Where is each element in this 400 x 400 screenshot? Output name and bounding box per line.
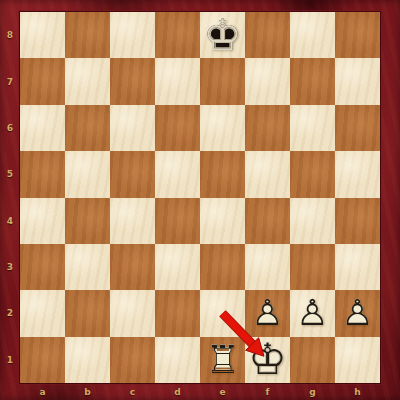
square-h4[interactable] bbox=[335, 198, 380, 244]
file-label-g: g bbox=[290, 383, 335, 400]
file-labels: abcdefgh bbox=[20, 383, 380, 400]
square-g5[interactable] bbox=[290, 151, 335, 197]
square-h6[interactable] bbox=[335, 105, 380, 151]
square-h7[interactable] bbox=[335, 58, 380, 104]
white-pawn-glyph: ♟ bbox=[335, 290, 380, 336]
white-pawn-outline: ♙ bbox=[245, 290, 290, 336]
square-h1[interactable] bbox=[335, 337, 380, 383]
square-b3[interactable] bbox=[65, 244, 110, 290]
square-g6[interactable] bbox=[290, 105, 335, 151]
square-d6[interactable] bbox=[155, 105, 200, 151]
white-rook-outline: ♖ bbox=[200, 337, 245, 383]
chess-board: ♚♔♟♙♟♙♟♙♜♖♚♔ bbox=[20, 12, 380, 383]
square-c1[interactable] bbox=[110, 337, 155, 383]
square-c8[interactable] bbox=[110, 12, 155, 58]
white-pawn-outline: ♙ bbox=[335, 290, 380, 336]
white-pawn-glyph: ♟ bbox=[245, 290, 290, 336]
square-g2[interactable]: ♟♙ bbox=[290, 290, 335, 336]
square-d1[interactable] bbox=[155, 337, 200, 383]
black-king[interactable]: ♚♔ bbox=[200, 12, 245, 58]
square-f3[interactable] bbox=[245, 244, 290, 290]
square-c4[interactable] bbox=[110, 198, 155, 244]
square-g1[interactable] bbox=[290, 337, 335, 383]
square-h5[interactable] bbox=[335, 151, 380, 197]
square-h3[interactable] bbox=[335, 244, 380, 290]
rank-label-8: 8 bbox=[0, 12, 20, 58]
square-a5[interactable] bbox=[20, 151, 65, 197]
square-e2[interactable] bbox=[200, 290, 245, 336]
square-a2[interactable] bbox=[20, 290, 65, 336]
file-label-a: a bbox=[20, 383, 65, 400]
square-a3[interactable] bbox=[20, 244, 65, 290]
square-d5[interactable] bbox=[155, 151, 200, 197]
file-label-b: b bbox=[65, 383, 110, 400]
file-label-c: c bbox=[110, 383, 155, 400]
square-e4[interactable] bbox=[200, 198, 245, 244]
square-f7[interactable] bbox=[245, 58, 290, 104]
square-g4[interactable] bbox=[290, 198, 335, 244]
square-b5[interactable] bbox=[65, 151, 110, 197]
file-label-d: d bbox=[155, 383, 200, 400]
square-h8[interactable] bbox=[335, 12, 380, 58]
black-king-glyph: ♚ bbox=[200, 12, 245, 58]
rank-label-3: 3 bbox=[0, 244, 20, 290]
square-d7[interactable] bbox=[155, 58, 200, 104]
square-d4[interactable] bbox=[155, 198, 200, 244]
white-rook[interactable]: ♜♖ bbox=[200, 337, 245, 383]
square-g3[interactable] bbox=[290, 244, 335, 290]
square-f8[interactable] bbox=[245, 12, 290, 58]
square-b1[interactable] bbox=[65, 337, 110, 383]
white-pawn[interactable]: ♟♙ bbox=[290, 290, 335, 336]
white-king-outline: ♔ bbox=[245, 337, 290, 383]
square-a1[interactable] bbox=[20, 337, 65, 383]
black-king-outline: ♔ bbox=[200, 12, 245, 58]
square-d8[interactable] bbox=[155, 12, 200, 58]
rank-label-5: 5 bbox=[0, 151, 20, 197]
square-e6[interactable] bbox=[200, 105, 245, 151]
square-a7[interactable] bbox=[20, 58, 65, 104]
square-a8[interactable] bbox=[20, 12, 65, 58]
square-b2[interactable] bbox=[65, 290, 110, 336]
square-a6[interactable] bbox=[20, 105, 65, 151]
white-king[interactable]: ♚♔ bbox=[245, 337, 290, 383]
rank-label-2: 2 bbox=[0, 290, 20, 336]
file-label-h: h bbox=[335, 383, 380, 400]
rank-labels: 87654321 bbox=[0, 12, 20, 383]
square-e7[interactable] bbox=[200, 58, 245, 104]
square-d3[interactable] bbox=[155, 244, 200, 290]
square-f1[interactable]: ♚♔ bbox=[245, 337, 290, 383]
square-c2[interactable] bbox=[110, 290, 155, 336]
square-f5[interactable] bbox=[245, 151, 290, 197]
square-b8[interactable] bbox=[65, 12, 110, 58]
white-pawn-glyph: ♟ bbox=[290, 290, 335, 336]
white-king-glyph: ♚ bbox=[245, 337, 290, 383]
square-d2[interactable] bbox=[155, 290, 200, 336]
square-e5[interactable] bbox=[200, 151, 245, 197]
rank-label-7: 7 bbox=[0, 58, 20, 104]
square-g7[interactable] bbox=[290, 58, 335, 104]
square-c7[interactable] bbox=[110, 58, 155, 104]
square-c5[interactable] bbox=[110, 151, 155, 197]
chess-board-frame: ♚♔♟♙♟♙♟♙♜♖♚♔ 87654321 abcdefgh bbox=[0, 0, 400, 400]
square-c6[interactable] bbox=[110, 105, 155, 151]
white-rook-glyph: ♜ bbox=[200, 337, 245, 383]
file-label-e: e bbox=[200, 383, 245, 400]
file-label-f: f bbox=[245, 383, 290, 400]
square-g8[interactable] bbox=[290, 12, 335, 58]
white-pawn[interactable]: ♟♙ bbox=[245, 290, 290, 336]
square-e8[interactable]: ♚♔ bbox=[200, 12, 245, 58]
square-e3[interactable] bbox=[200, 244, 245, 290]
white-pawn[interactable]: ♟♙ bbox=[335, 290, 380, 336]
square-f4[interactable] bbox=[245, 198, 290, 244]
rank-label-4: 4 bbox=[0, 198, 20, 244]
square-f6[interactable] bbox=[245, 105, 290, 151]
square-e1[interactable]: ♜♖ bbox=[200, 337, 245, 383]
square-b7[interactable] bbox=[65, 58, 110, 104]
square-f2[interactable]: ♟♙ bbox=[245, 290, 290, 336]
square-b4[interactable] bbox=[65, 198, 110, 244]
square-h2[interactable]: ♟♙ bbox=[335, 290, 380, 336]
square-b6[interactable] bbox=[65, 105, 110, 151]
rank-label-6: 6 bbox=[0, 105, 20, 151]
rank-label-1: 1 bbox=[0, 337, 20, 383]
square-a4[interactable] bbox=[20, 198, 65, 244]
square-c3[interactable] bbox=[110, 244, 155, 290]
white-pawn-outline: ♙ bbox=[290, 290, 335, 336]
